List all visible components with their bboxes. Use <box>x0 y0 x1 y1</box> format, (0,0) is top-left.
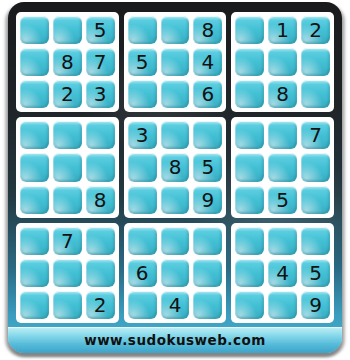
sudoku-cell[interactable]: 8 <box>193 16 222 44</box>
sudoku-cell[interactable]: 4 <box>268 259 297 287</box>
sudoku-cell[interactable]: 7 <box>86 48 115 76</box>
sudoku-cell[interactable] <box>268 48 297 76</box>
sudoku-cell[interactable] <box>235 121 264 149</box>
sudoku-cell[interactable] <box>128 186 157 214</box>
sudoku-cell[interactable]: 2 <box>86 291 115 319</box>
sudoku-cell[interactable] <box>161 16 190 44</box>
sudoku-cell[interactable]: 8 <box>161 153 190 181</box>
sudoku-cell[interactable] <box>268 227 297 255</box>
sudoku-cell[interactable] <box>86 121 115 149</box>
board-frame: 58723 8546 128 8 3859 75 72 64 459 www.s… <box>8 2 342 353</box>
sudoku-cell[interactable] <box>301 80 330 108</box>
sudoku-cell[interactable] <box>20 48 49 76</box>
sudoku-cell[interactable]: 9 <box>193 186 222 214</box>
sudoku-cell[interactable]: 5 <box>301 259 330 287</box>
sudoku-board: 58723 8546 128 8 3859 75 72 64 459 <box>16 12 334 323</box>
sudoku-cell[interactable] <box>128 80 157 108</box>
block-r2c0: 72 <box>16 223 119 323</box>
sudoku-cell[interactable] <box>86 259 115 287</box>
sudoku-cell[interactable] <box>301 48 330 76</box>
sudoku-cell[interactable] <box>20 186 49 214</box>
sudoku-cell[interactable] <box>53 291 82 319</box>
sudoku-cell[interactable]: 9 <box>301 291 330 319</box>
sudoku-cell[interactable] <box>301 186 330 214</box>
sudoku-cell[interactable] <box>235 186 264 214</box>
sudoku-cell[interactable] <box>20 121 49 149</box>
block-r0c2: 128 <box>231 12 334 112</box>
block-r1c2: 75 <box>231 117 334 217</box>
sudoku-cell[interactable]: 6 <box>193 80 222 108</box>
sudoku-cell[interactable] <box>86 153 115 181</box>
block-r0c1: 8546 <box>124 12 227 112</box>
sudoku-cell[interactable]: 4 <box>193 48 222 76</box>
sudoku-cell[interactable] <box>301 153 330 181</box>
sudoku-cell[interactable] <box>20 227 49 255</box>
block-r2c2: 459 <box>231 223 334 323</box>
sudoku-cell[interactable]: 5 <box>193 153 222 181</box>
sudoku-cell[interactable] <box>128 227 157 255</box>
sudoku-cell[interactable] <box>20 80 49 108</box>
sudoku-cell[interactable] <box>268 291 297 319</box>
sudoku-cell[interactable]: 3 <box>86 80 115 108</box>
sudoku-cell[interactable] <box>301 227 330 255</box>
sudoku-cell[interactable]: 1 <box>268 16 297 44</box>
sudoku-cell[interactable] <box>193 121 222 149</box>
sudoku-cell[interactable] <box>53 153 82 181</box>
sudoku-cell[interactable] <box>193 291 222 319</box>
sudoku-cell[interactable] <box>161 48 190 76</box>
sudoku-cell[interactable]: 4 <box>161 291 190 319</box>
sudoku-cell[interactable] <box>161 227 190 255</box>
sudoku-cell[interactable]: 2 <box>53 80 82 108</box>
sudoku-cell[interactable] <box>268 153 297 181</box>
sudoku-cell[interactable] <box>235 153 264 181</box>
sudoku-cell[interactable] <box>20 259 49 287</box>
sudoku-cell[interactable] <box>53 186 82 214</box>
sudoku-cell[interactable] <box>235 48 264 76</box>
sudoku-cell[interactable] <box>235 80 264 108</box>
sudoku-cell[interactable] <box>193 259 222 287</box>
sudoku-page: 58723 8546 128 8 3859 75 72 64 459 www.s… <box>0 0 350 360</box>
sudoku-cell[interactable]: 8 <box>86 186 115 214</box>
site-url[interactable]: www.sudokusweb.com <box>84 332 266 348</box>
sudoku-cell[interactable]: 2 <box>301 16 330 44</box>
sudoku-cell[interactable] <box>128 153 157 181</box>
sudoku-cell[interactable] <box>161 80 190 108</box>
sudoku-cell[interactable]: 5 <box>268 186 297 214</box>
sudoku-cell[interactable] <box>235 291 264 319</box>
sudoku-cell[interactable]: 5 <box>86 16 115 44</box>
sudoku-cell[interactable]: 7 <box>53 227 82 255</box>
sudoku-cell[interactable] <box>268 121 297 149</box>
sudoku-cell[interactable] <box>193 227 222 255</box>
block-r1c0: 8 <box>16 117 119 217</box>
sudoku-cell[interactable] <box>161 121 190 149</box>
sudoku-cell[interactable]: 8 <box>268 80 297 108</box>
sudoku-cell[interactable] <box>128 16 157 44</box>
footer-bar: www.sudokusweb.com <box>8 327 342 353</box>
sudoku-cell[interactable] <box>86 227 115 255</box>
sudoku-cell[interactable] <box>53 121 82 149</box>
sudoku-cell[interactable] <box>235 16 264 44</box>
sudoku-cell[interactable]: 6 <box>128 259 157 287</box>
sudoku-cell[interactable] <box>53 259 82 287</box>
block-r0c0: 58723 <box>16 12 119 112</box>
sudoku-cell[interactable] <box>53 16 82 44</box>
sudoku-cell[interactable] <box>20 291 49 319</box>
sudoku-cell[interactable] <box>161 259 190 287</box>
sudoku-cell[interactable] <box>161 186 190 214</box>
block-r1c1: 3859 <box>124 117 227 217</box>
sudoku-cell[interactable] <box>20 153 49 181</box>
sudoku-cell[interactable] <box>235 227 264 255</box>
sudoku-cell[interactable]: 8 <box>53 48 82 76</box>
block-r2c1: 64 <box>124 223 227 323</box>
sudoku-cell[interactable]: 5 <box>128 48 157 76</box>
sudoku-cell[interactable] <box>20 16 49 44</box>
sudoku-cell[interactable] <box>235 259 264 287</box>
sudoku-cell[interactable] <box>128 291 157 319</box>
sudoku-cell[interactable]: 7 <box>301 121 330 149</box>
sudoku-cell[interactable]: 3 <box>128 121 157 149</box>
